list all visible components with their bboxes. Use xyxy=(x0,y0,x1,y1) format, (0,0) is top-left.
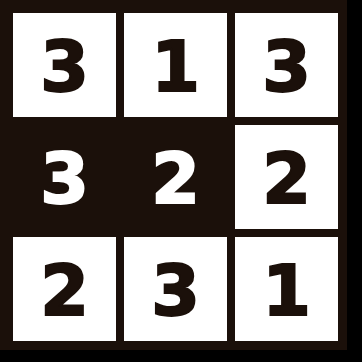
cell-r1c0[interactable]: 3 xyxy=(13,125,116,229)
cell-r2c0[interactable]: 2 xyxy=(13,237,116,341)
cell-r2c2[interactable]: 1 xyxy=(235,237,338,341)
cell-r0c2[interactable]: 3 xyxy=(235,13,338,117)
cell-clue: 1 xyxy=(151,32,200,102)
puzzle-background: 3 1 3 3 2 2 2 3 1 xyxy=(0,0,362,362)
cell-r1c1[interactable]: 2 xyxy=(124,125,227,229)
mosaic-board: 3 1 3 3 2 2 2 3 1 xyxy=(0,0,347,350)
cell-clue: 3 xyxy=(40,32,89,102)
cell-r2c1[interactable]: 3 xyxy=(124,237,227,341)
cell-clue: 3 xyxy=(151,256,200,326)
cell-r0c0[interactable]: 3 xyxy=(13,13,116,117)
cell-clue: 1 xyxy=(262,256,311,326)
cell-clue: 3 xyxy=(262,32,311,102)
cell-clue: 2 xyxy=(40,256,89,326)
cell-clue: 2 xyxy=(262,144,311,214)
cell-clue: 3 xyxy=(40,144,89,214)
cell-r0c1[interactable]: 1 xyxy=(124,13,227,117)
cell-r1c2[interactable]: 2 xyxy=(235,125,338,229)
cell-clue: 2 xyxy=(151,144,200,214)
